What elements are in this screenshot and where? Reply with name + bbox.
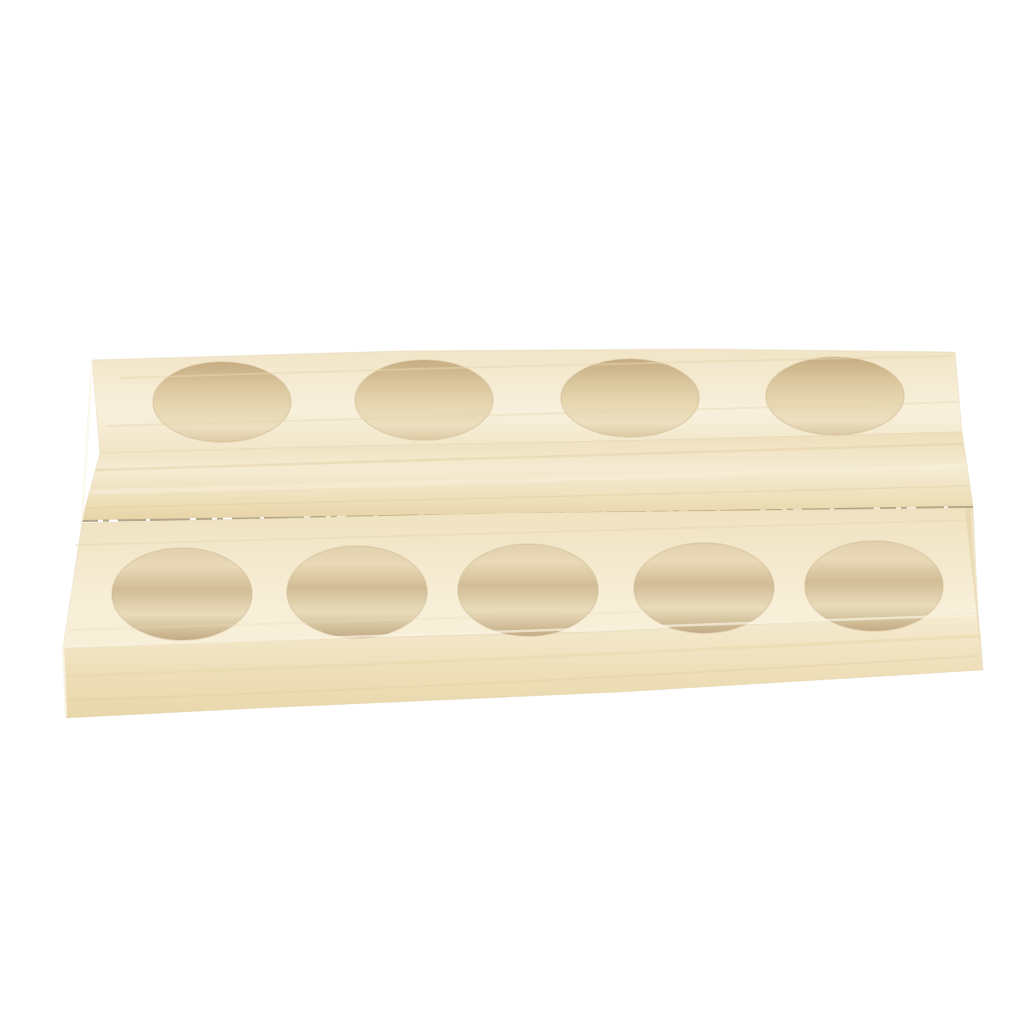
bottle-hole — [458, 544, 598, 636]
bottle-hole — [634, 543, 774, 633]
bottle-hole — [561, 359, 699, 437]
bottle-hole — [355, 360, 493, 440]
bottle-hole — [766, 357, 904, 435]
wooden-bottle-stand-photo — [0, 0, 1024, 1024]
photo-stage — [0, 0, 1024, 1024]
bottle-hole — [287, 546, 427, 638]
